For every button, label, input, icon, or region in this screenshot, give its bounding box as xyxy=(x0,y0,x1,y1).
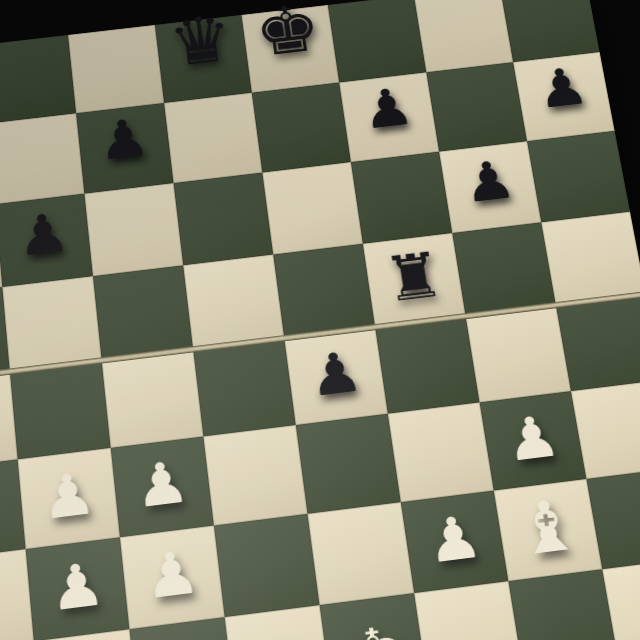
square-b6[interactable]: ♟ xyxy=(0,194,93,287)
square-d3[interactable] xyxy=(203,425,307,525)
square-f4[interactable] xyxy=(375,317,479,414)
square-e3[interactable] xyxy=(296,414,401,514)
square-b8[interactable] xyxy=(0,35,76,124)
square-h6[interactable] xyxy=(527,131,630,222)
square-f5[interactable]: ♜ xyxy=(363,233,466,328)
square-h4[interactable] xyxy=(556,295,640,391)
black-rook[interactable]: ♜ xyxy=(380,244,448,312)
square-f7[interactable]: ♟ xyxy=(339,72,439,162)
black-pawn[interactable]: ♟ xyxy=(15,205,72,264)
board-photo-stage: ♛♚♟♟♟♟♟♟♜♟♟♟♟♟♟♟♝♛♚ xyxy=(0,0,640,640)
white-pawn[interactable]: ♟ xyxy=(141,542,202,608)
square-e8[interactable]: ♚ xyxy=(241,5,339,93)
black-pawn[interactable]: ♟ xyxy=(95,111,152,169)
square-e6[interactable] xyxy=(262,162,363,254)
square-d7[interactable] xyxy=(164,93,262,183)
black-queen[interactable]: ♛ xyxy=(165,6,236,76)
square-d8[interactable]: ♛ xyxy=(155,15,252,103)
square-h5[interactable] xyxy=(541,212,640,306)
square-d4[interactable] xyxy=(193,339,296,437)
square-g8[interactable] xyxy=(414,0,513,72)
square-c8[interactable] xyxy=(68,25,164,113)
square-c3[interactable]: ♟ xyxy=(111,436,214,537)
square-d6[interactable] xyxy=(174,173,274,266)
white-queen[interactable]: ♛ xyxy=(240,627,319,640)
white-pawn[interactable]: ♟ xyxy=(422,507,485,572)
square-g1[interactable] xyxy=(508,569,618,640)
square-f2[interactable]: ♟ xyxy=(401,491,509,594)
square-g2[interactable]: ♝ xyxy=(494,479,602,581)
square-b2[interactable]: ♟ xyxy=(26,537,130,640)
square-g7[interactable] xyxy=(426,62,527,151)
black-king[interactable]: ♚ xyxy=(251,0,325,67)
white-pawn[interactable]: ♟ xyxy=(38,464,98,529)
black-pawn[interactable]: ♟ xyxy=(532,60,592,117)
black-pawn[interactable]: ♟ xyxy=(358,80,417,137)
chess-board: ♛♚♟♟♟♟♟♟♜♟♟♟♟♟♟♟♝♛♚ xyxy=(0,0,640,640)
square-d5[interactable] xyxy=(183,255,284,350)
white-king[interactable]: ♚ xyxy=(334,615,416,640)
square-g5[interactable] xyxy=(452,222,556,316)
square-f6[interactable] xyxy=(351,152,452,244)
square-b5[interactable] xyxy=(2,276,101,372)
square-b3[interactable]: ♟ xyxy=(18,448,120,549)
square-e2[interactable] xyxy=(307,502,414,605)
square-f3[interactable] xyxy=(388,402,494,502)
square-g6[interactable]: ♟ xyxy=(439,141,541,233)
square-f8[interactable] xyxy=(328,0,426,82)
black-pawn[interactable]: ♟ xyxy=(305,343,366,405)
square-h7[interactable]: ♟ xyxy=(513,52,615,141)
square-f1[interactable] xyxy=(414,581,523,640)
square-c6[interactable] xyxy=(84,183,183,276)
white-pawn[interactable]: ♟ xyxy=(47,554,108,620)
square-d2[interactable] xyxy=(214,514,320,617)
square-c4[interactable] xyxy=(102,350,204,448)
square-b4[interactable] xyxy=(10,361,111,459)
square-g3[interactable]: ♟ xyxy=(480,391,587,490)
white-pawn[interactable]: ♟ xyxy=(132,452,192,516)
square-g4[interactable] xyxy=(466,306,571,403)
square-e5[interactable] xyxy=(273,244,375,339)
square-b7[interactable] xyxy=(0,113,84,204)
square-e4[interactable]: ♟ xyxy=(284,328,387,425)
square-e7[interactable] xyxy=(252,82,351,172)
square-c7[interactable]: ♟ xyxy=(76,103,173,194)
square-c2[interactable]: ♟ xyxy=(120,526,225,630)
white-bishop[interactable]: ♝ xyxy=(509,488,585,566)
square-c5[interactable] xyxy=(93,265,193,361)
black-pawn[interactable]: ♟ xyxy=(459,152,519,210)
white-pawn[interactable]: ♟ xyxy=(501,407,564,470)
